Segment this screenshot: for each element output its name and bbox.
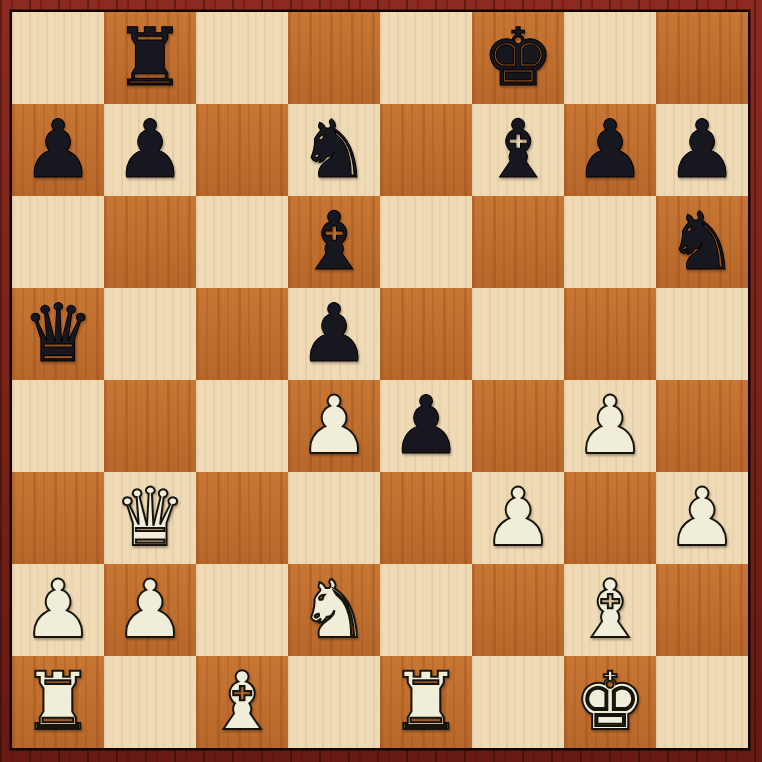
chess-board: ♜♚♟♟♞♝♟♟♝♞♛♟♟♟♟♛♟♟♟♟♞♝♜♝♜♚ xyxy=(10,10,750,750)
piece-black-knight-h6[interactable]: ♞ xyxy=(666,196,738,288)
square-d3[interactable] xyxy=(288,472,380,564)
piece-white-pawn-h3[interactable]: ♟ xyxy=(666,472,738,564)
square-h1[interactable] xyxy=(656,656,748,748)
square-a1[interactable]: ♜ xyxy=(12,656,104,748)
square-d5[interactable]: ♟ xyxy=(288,288,380,380)
square-c8[interactable] xyxy=(196,12,288,104)
piece-black-knight-d7[interactable]: ♞ xyxy=(298,104,370,196)
square-a4[interactable] xyxy=(12,380,104,472)
piece-white-knight-d2[interactable]: ♞ xyxy=(298,564,370,656)
square-b1[interactable] xyxy=(104,656,196,748)
square-b7[interactable]: ♟ xyxy=(104,104,196,196)
square-b4[interactable] xyxy=(104,380,196,472)
square-h2[interactable] xyxy=(656,564,748,656)
square-c6[interactable] xyxy=(196,196,288,288)
square-a7[interactable]: ♟ xyxy=(12,104,104,196)
square-g2[interactable]: ♝ xyxy=(564,564,656,656)
square-c4[interactable] xyxy=(196,380,288,472)
square-a6[interactable] xyxy=(12,196,104,288)
square-h5[interactable] xyxy=(656,288,748,380)
square-e3[interactable] xyxy=(380,472,472,564)
square-c7[interactable] xyxy=(196,104,288,196)
square-f4[interactable] xyxy=(472,380,564,472)
square-f5[interactable] xyxy=(472,288,564,380)
piece-black-pawn-e4[interactable]: ♟ xyxy=(390,380,462,472)
square-h6[interactable]: ♞ xyxy=(656,196,748,288)
square-f2[interactable] xyxy=(472,564,564,656)
piece-white-queen-b3[interactable]: ♛ xyxy=(114,472,186,564)
square-g5[interactable] xyxy=(564,288,656,380)
square-c2[interactable] xyxy=(196,564,288,656)
square-a2[interactable]: ♟ xyxy=(12,564,104,656)
piece-white-king-g1[interactable]: ♚ xyxy=(574,656,646,748)
square-e2[interactable] xyxy=(380,564,472,656)
square-f3[interactable]: ♟ xyxy=(472,472,564,564)
square-e8[interactable] xyxy=(380,12,472,104)
piece-black-bishop-d6[interactable]: ♝ xyxy=(298,196,370,288)
square-c1[interactable]: ♝ xyxy=(196,656,288,748)
square-d6[interactable]: ♝ xyxy=(288,196,380,288)
square-f1[interactable] xyxy=(472,656,564,748)
piece-black-rook-b8[interactable]: ♜ xyxy=(114,12,186,104)
piece-white-rook-e1[interactable]: ♜ xyxy=(390,656,462,748)
square-h7[interactable]: ♟ xyxy=(656,104,748,196)
square-g3[interactable] xyxy=(564,472,656,564)
square-a5[interactable]: ♛ xyxy=(12,288,104,380)
square-b6[interactable] xyxy=(104,196,196,288)
square-d2[interactable]: ♞ xyxy=(288,564,380,656)
piece-black-pawn-g7[interactable]: ♟ xyxy=(574,104,646,196)
square-g4[interactable]: ♟ xyxy=(564,380,656,472)
square-a8[interactable] xyxy=(12,12,104,104)
piece-black-bishop-f7[interactable]: ♝ xyxy=(482,104,554,196)
piece-black-pawn-h7[interactable]: ♟ xyxy=(666,104,738,196)
square-g7[interactable]: ♟ xyxy=(564,104,656,196)
square-b2[interactable]: ♟ xyxy=(104,564,196,656)
square-f6[interactable] xyxy=(472,196,564,288)
piece-black-pawn-d5[interactable]: ♟ xyxy=(298,288,370,380)
square-f8[interactable]: ♚ xyxy=(472,12,564,104)
square-e5[interactable] xyxy=(380,288,472,380)
piece-white-pawn-g4[interactable]: ♟ xyxy=(574,380,646,472)
square-d8[interactable] xyxy=(288,12,380,104)
piece-white-rook-a1[interactable]: ♜ xyxy=(22,656,94,748)
square-d7[interactable]: ♞ xyxy=(288,104,380,196)
piece-white-bishop-c1[interactable]: ♝ xyxy=(206,656,278,748)
square-b3[interactable]: ♛ xyxy=(104,472,196,564)
square-c5[interactable] xyxy=(196,288,288,380)
square-g1[interactable]: ♚ xyxy=(564,656,656,748)
square-f7[interactable]: ♝ xyxy=(472,104,564,196)
square-c3[interactable] xyxy=(196,472,288,564)
piece-white-pawn-d4[interactable]: ♟ xyxy=(298,380,370,472)
piece-black-king-f8[interactable]: ♚ xyxy=(482,12,554,104)
piece-white-pawn-a2[interactable]: ♟ xyxy=(22,564,94,656)
square-e6[interactable] xyxy=(380,196,472,288)
piece-black-queen-a5[interactable]: ♛ xyxy=(22,288,94,380)
piece-black-pawn-a7[interactable]: ♟ xyxy=(22,104,94,196)
piece-black-pawn-b7[interactable]: ♟ xyxy=(114,104,186,196)
square-b8[interactable]: ♜ xyxy=(104,12,196,104)
square-d1[interactable] xyxy=(288,656,380,748)
square-g8[interactable] xyxy=(564,12,656,104)
square-h3[interactable]: ♟ xyxy=(656,472,748,564)
piece-white-bishop-g2[interactable]: ♝ xyxy=(574,564,646,656)
square-h8[interactable] xyxy=(656,12,748,104)
piece-white-pawn-f3[interactable]: ♟ xyxy=(482,472,554,564)
square-d4[interactable]: ♟ xyxy=(288,380,380,472)
square-e1[interactable]: ♜ xyxy=(380,656,472,748)
piece-white-pawn-b2[interactable]: ♟ xyxy=(114,564,186,656)
square-e7[interactable] xyxy=(380,104,472,196)
square-h4[interactable] xyxy=(656,380,748,472)
square-a3[interactable] xyxy=(12,472,104,564)
square-e4[interactable]: ♟ xyxy=(380,380,472,472)
square-g6[interactable] xyxy=(564,196,656,288)
board-frame: ♜♚♟♟♞♝♟♟♝♞♛♟♟♟♟♛♟♟♟♟♞♝♜♝♜♚ xyxy=(0,0,762,762)
square-b5[interactable] xyxy=(104,288,196,380)
